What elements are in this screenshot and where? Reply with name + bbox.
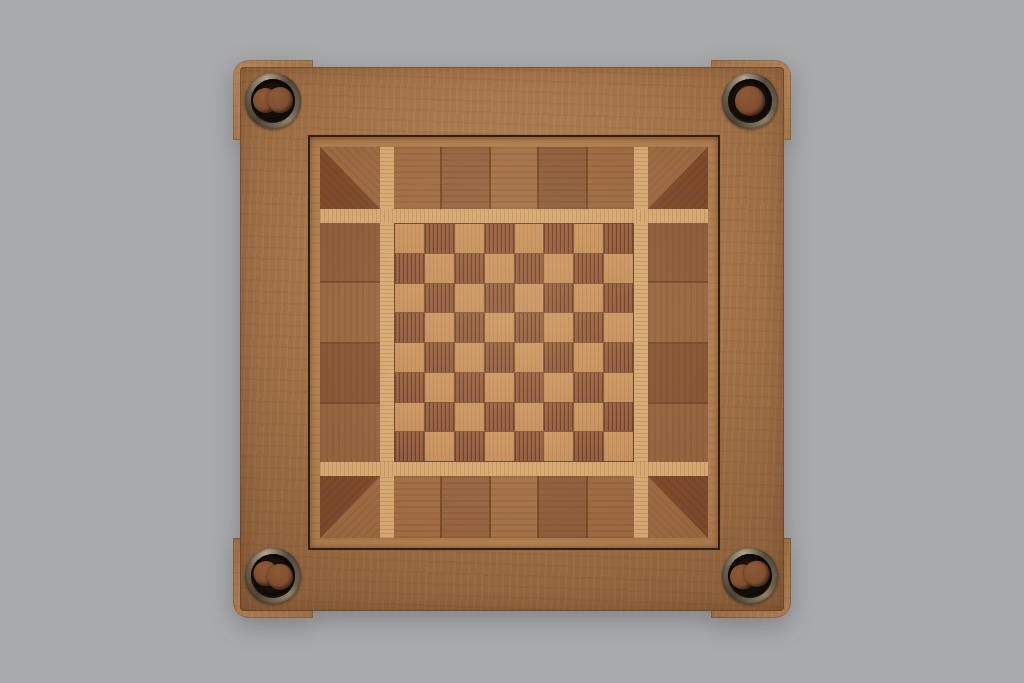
board-cell[interactable] (425, 254, 454, 283)
border-band-segment (442, 147, 488, 209)
cup-holder-bottom-left[interactable] (245, 548, 301, 604)
border-corner-block-bottom-left (320, 476, 380, 538)
board-cell[interactable] (485, 343, 514, 372)
board-cell[interactable] (455, 284, 484, 313)
board-cell[interactable] (455, 373, 484, 402)
board-cell[interactable] (395, 403, 424, 432)
board-cell[interactable] (515, 432, 544, 461)
border-corner-block-bottom-right (648, 476, 708, 538)
board-cell[interactable] (455, 403, 484, 432)
board-cell[interactable] (544, 224, 573, 253)
board-cell[interactable] (485, 313, 514, 342)
border-band-segment (648, 283, 708, 341)
wooden-game-disc[interactable] (735, 86, 765, 116)
board-cell[interactable] (574, 343, 603, 372)
game-table (233, 60, 791, 618)
inlay-strip-horizontal-top (320, 209, 708, 223)
inlay-strip-horizontal-bottom (320, 462, 708, 476)
board-cell[interactable] (604, 224, 633, 253)
board-cell[interactable] (574, 284, 603, 313)
board-cell[interactable] (515, 284, 544, 313)
board-cell[interactable] (604, 284, 633, 313)
wooden-game-disc[interactable] (267, 87, 293, 113)
board-cell[interactable] (604, 254, 633, 283)
border-band-stile-left (320, 223, 380, 462)
cup-well (728, 79, 772, 123)
cup-well (246, 549, 300, 603)
board-cell[interactable] (395, 373, 424, 402)
board-cell[interactable] (515, 373, 544, 402)
board-cell[interactable] (395, 254, 424, 283)
border-band-stile-right (648, 223, 708, 462)
border-band-segment (648, 404, 708, 462)
cup-well (251, 79, 295, 123)
board-cell[interactable] (485, 254, 514, 283)
board-cell[interactable] (604, 373, 633, 402)
board-cell[interactable] (425, 373, 454, 402)
border-band-segment (588, 147, 634, 209)
board-cell[interactable] (574, 432, 603, 461)
board-cell[interactable] (425, 224, 454, 253)
board-cell[interactable] (485, 432, 514, 461)
border-band-segment (394, 476, 440, 538)
inlay-strip-vertical-right (634, 147, 648, 538)
border-band-segment (320, 283, 380, 341)
board-cell[interactable] (544, 284, 573, 313)
border-corner-block-top-right (648, 147, 708, 209)
board-cell[interactable] (425, 403, 454, 432)
board-cell[interactable] (544, 403, 573, 432)
board-cell[interactable] (485, 373, 514, 402)
board-cell[interactable] (544, 373, 573, 402)
scene-background (0, 0, 1024, 683)
checkerboard (394, 223, 634, 462)
board-cell[interactable] (455, 432, 484, 461)
board-cell[interactable] (395, 313, 424, 342)
board-cell[interactable] (544, 343, 573, 372)
border-band-rail-bottom (394, 476, 634, 538)
board-cell[interactable] (425, 313, 454, 342)
board-cell[interactable] (395, 284, 424, 313)
border-band-segment (648, 344, 708, 402)
board-cell[interactable] (574, 224, 603, 253)
inlay-strip-vertical-left (380, 147, 394, 538)
board-cell[interactable] (455, 313, 484, 342)
border-band-segment (320, 344, 380, 402)
cup-holder-top-right[interactable] (722, 73, 778, 129)
board-cell[interactable] (455, 224, 484, 253)
board-cell[interactable] (395, 432, 424, 461)
border-band-segment (539, 147, 585, 209)
board-cell[interactable] (604, 403, 633, 432)
board-cell[interactable] (604, 343, 633, 372)
border-band-segment (442, 476, 488, 538)
cup-holder-top-left[interactable] (245, 73, 301, 129)
cup-holder-bottom-right[interactable] (722, 548, 778, 604)
board-cell[interactable] (574, 313, 603, 342)
board-cell[interactable] (574, 403, 603, 432)
board-cell[interactable] (455, 254, 484, 283)
board-cell[interactable] (455, 343, 484, 372)
board-cell[interactable] (485, 284, 514, 313)
border-band-segment (491, 147, 537, 209)
board-cell[interactable] (395, 343, 424, 372)
border-band-segment (320, 223, 380, 281)
border-band-segment (320, 404, 380, 462)
border-band-rail-top (394, 147, 634, 209)
board-cell[interactable] (425, 343, 454, 372)
board-cell[interactable] (515, 224, 544, 253)
board-cell[interactable] (574, 373, 603, 402)
board-cell[interactable] (604, 432, 633, 461)
board-cell[interactable] (574, 254, 603, 283)
border-band-segment (394, 147, 440, 209)
board-cell[interactable] (515, 343, 544, 372)
border-band-segment (648, 223, 708, 281)
board-cell[interactable] (425, 284, 454, 313)
border-corner-block-top-left (320, 147, 380, 209)
border-band-segment (539, 476, 585, 538)
board-cell[interactable] (515, 403, 544, 432)
board-cell[interactable] (604, 313, 633, 342)
board-cell[interactable] (425, 432, 454, 461)
board-cell[interactable] (485, 224, 514, 253)
cup-well (725, 551, 776, 602)
board-cell[interactable] (485, 403, 514, 432)
game-board-panel (308, 135, 720, 550)
board-cell[interactable] (515, 313, 544, 342)
border-band-segment (588, 476, 634, 538)
board-cell[interactable] (544, 313, 573, 342)
border-band-segment (491, 476, 537, 538)
board-cell[interactable] (515, 254, 544, 283)
board-cell[interactable] (544, 432, 573, 461)
board-cell[interactable] (395, 224, 424, 253)
board-cell[interactable] (544, 254, 573, 283)
